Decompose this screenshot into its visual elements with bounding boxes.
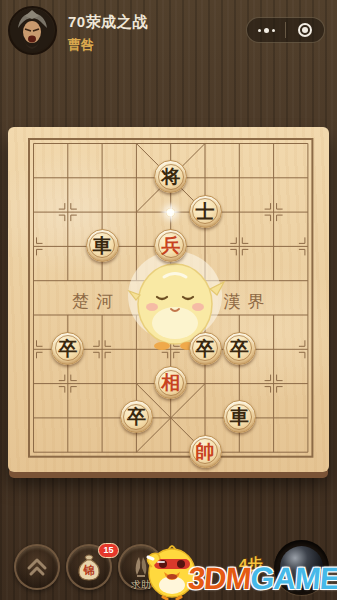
piece-black-general[interactable]: 将 <box>154 160 187 193</box>
warrior-portrait <box>10 8 55 53</box>
chevron-up-icon <box>25 556 49 578</box>
ellipsis-icon <box>258 28 275 33</box>
close-minimize-button[interactable] <box>286 18 324 42</box>
dark-orb-button[interactable] <box>274 540 329 595</box>
more-button[interactable] <box>247 18 285 42</box>
piece-red-elephant[interactable]: 相 <box>154 366 187 399</box>
app-screen: 70荥成之战 曹咎 楚河漢界 <box>0 0 337 600</box>
page-title: 70荥成之战 <box>68 13 148 32</box>
xiangqi-board[interactable]: 楚河漢界 将士車兵卒卒卒相卒車帥 <box>8 127 329 472</box>
player-avatar <box>8 6 57 55</box>
steps-remaining: 4步 <box>239 555 262 574</box>
svg-text:锦: 锦 <box>83 564 95 576</box>
header: 70荥成之战 曹咎 <box>0 0 337 60</box>
svg-text:楚河: 楚河 <box>72 292 120 311</box>
piece-red-soldier[interactable]: 兵 <box>154 229 187 262</box>
piece-black-advisor[interactable]: 士 <box>189 195 222 228</box>
piece-red-general[interactable]: 帥 <box>189 435 222 468</box>
piece-black-chariot[interactable]: 車 <box>223 400 256 433</box>
help-label: 求助 <box>131 578 151 592</box>
wechat-capsule <box>246 17 325 43</box>
svg-text:漢界: 漢界 <box>223 292 271 311</box>
piece-black-soldier[interactable]: 卒 <box>189 332 222 365</box>
piece-black-soldier[interactable]: 卒 <box>51 332 84 365</box>
piece-black-soldier[interactable]: 卒 <box>120 400 153 433</box>
expand-menu-button[interactable] <box>14 544 60 590</box>
hint-count-badge: 15 <box>98 543 119 558</box>
praying-hands-icon <box>128 554 154 580</box>
target-circle-icon <box>298 23 312 37</box>
opponent-name: 曹咎 <box>68 36 94 54</box>
piece-black-soldier[interactable]: 卒 <box>223 332 256 365</box>
black-sphere-icon <box>280 546 323 589</box>
piece-black-chariot[interactable]: 車 <box>86 229 119 262</box>
move-hint-cursor <box>166 208 175 217</box>
